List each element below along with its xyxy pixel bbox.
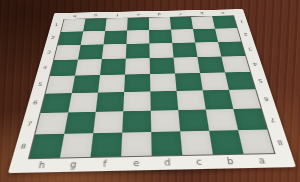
square-d6[interactable] [150,91,178,111]
square-h8[interactable] [29,134,64,158]
square-e6[interactable] [123,91,151,111]
square-d4[interactable] [150,58,175,74]
square-b2[interactable] [193,29,218,43]
square-h4[interactable] [50,60,78,77]
square-g8[interactable] [60,133,93,157]
file-label-e: e [128,12,149,16]
square-c3[interactable] [172,42,197,57]
file-label-e: e [120,159,152,168]
file-label-c: c [183,158,215,167]
square-a8[interactable] [238,130,274,154]
square-g5[interactable] [72,75,100,93]
file-label-g: g [85,13,107,17]
square-f3[interactable] [102,44,127,59]
square-e4[interactable] [125,58,150,74]
square-b3[interactable] [195,42,221,57]
file-label-b: b [191,11,213,15]
square-d7[interactable] [151,110,180,132]
square-a7[interactable] [233,108,267,130]
square-f5[interactable] [98,75,125,93]
square-b1[interactable] [191,16,215,29]
square-c4[interactable] [174,57,200,73]
square-c6[interactable] [177,90,206,110]
file-label-h: h [25,161,58,170]
square-f1[interactable] [105,18,128,31]
square-d1[interactable] [149,17,171,30]
square-e7[interactable] [122,111,151,133]
square-h2[interactable] [58,31,83,45]
square-a5[interactable] [225,72,255,90]
vinyl-chessboard: hgfedcba hgfedcba 12345678 12345678 [8,9,296,173]
file-label-d: d [152,159,184,168]
square-g3[interactable] [78,44,104,59]
file-label-g: g [57,160,90,169]
square-c1[interactable] [170,17,193,30]
square-h1[interactable] [61,19,85,32]
square-a1[interactable] [212,16,237,29]
square-c7[interactable] [178,110,209,132]
file-label-b: b [214,157,247,166]
file-label-a: a [245,157,279,166]
square-f2[interactable] [104,30,128,44]
square-e2[interactable] [126,30,149,44]
square-e3[interactable] [126,43,150,58]
square-a3[interactable] [218,42,245,57]
file-label-a: a [212,11,234,15]
square-f8[interactable] [91,133,123,157]
square-c5[interactable] [175,73,203,91]
square-f6[interactable] [96,92,124,112]
square-a6[interactable] [229,89,261,109]
square-a4[interactable] [221,56,250,72]
chessboard: hgfedcba hgfedcba 12345678 12345678 [34,0,267,182]
square-d5[interactable] [150,73,177,91]
wooden-table-surface: hgfedcba hgfedcba 12345678 12345678 [0,0,300,182]
square-h6[interactable] [41,93,72,113]
square-h3[interactable] [54,45,81,60]
square-h7[interactable] [35,112,68,134]
square-d8[interactable] [151,131,182,155]
square-e8[interactable] [121,132,152,156]
square-c2[interactable] [171,29,195,43]
file-label-f: f [106,13,127,17]
square-e5[interactable] [124,74,150,92]
square-g2[interactable] [81,31,105,45]
square-e1[interactable] [127,18,149,31]
square-b4[interactable] [197,57,225,73]
file-label-h: h [64,14,86,18]
square-g1[interactable] [83,19,106,32]
file-label-d: d [149,12,170,16]
file-label-f: f [89,160,121,169]
square-c8[interactable] [180,131,213,155]
square-f7[interactable] [93,111,123,133]
file-label-c: c [170,12,192,16]
square-d3[interactable] [149,43,173,58]
board-grid [28,15,276,159]
square-g7[interactable] [64,112,95,134]
square-h5[interactable] [46,76,75,94]
square-g6[interactable] [68,93,98,113]
square-f4[interactable] [100,59,126,75]
square-b5[interactable] [200,72,229,90]
square-d2[interactable] [149,30,172,44]
square-g4[interactable] [75,59,102,76]
square-a2[interactable] [215,28,241,42]
